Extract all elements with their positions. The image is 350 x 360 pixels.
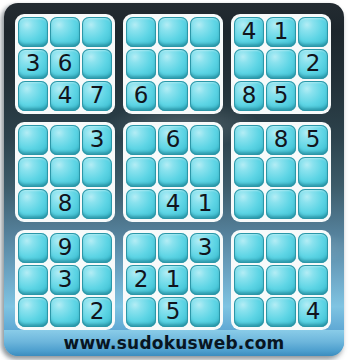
cell-r9c5[interactable]: 5 bbox=[158, 297, 188, 327]
cell-r7c6[interactable]: 3 bbox=[190, 233, 220, 263]
cell-r5c2[interactable] bbox=[50, 157, 80, 187]
cell-r1c5[interactable] bbox=[158, 17, 188, 47]
cell-r2c5[interactable] bbox=[158, 49, 188, 79]
cell-r3c4[interactable]: 6 bbox=[126, 81, 156, 111]
cell-r8c1[interactable] bbox=[18, 265, 48, 295]
cell-r9c6[interactable] bbox=[190, 297, 220, 327]
cell-r6c6[interactable]: 1 bbox=[190, 189, 220, 219]
given-digit: 2 bbox=[306, 52, 321, 75]
cell-r3c3[interactable]: 7 bbox=[82, 81, 112, 111]
given-digit: 4 bbox=[242, 20, 257, 43]
cell-r4c9[interactable]: 5 bbox=[298, 125, 328, 155]
given-digit: 4 bbox=[306, 300, 321, 323]
given-digit: 2 bbox=[134, 268, 149, 291]
given-digit: 8 bbox=[242, 84, 257, 107]
sudoku-board: 3647 6 41285 38 641 85 932 3215 4 bbox=[15, 14, 331, 330]
cell-r1c1[interactable] bbox=[18, 17, 48, 47]
cell-r3c8[interactable]: 5 bbox=[266, 81, 296, 111]
cell-r7c4[interactable] bbox=[126, 233, 156, 263]
box-4: 38 bbox=[15, 122, 115, 222]
given-digit: 6 bbox=[134, 84, 149, 107]
given-digit: 4 bbox=[166, 192, 181, 215]
cell-r4c3[interactable]: 3 bbox=[82, 125, 112, 155]
cell-r1c7[interactable]: 4 bbox=[234, 17, 264, 47]
given-digit: 6 bbox=[166, 128, 181, 151]
cell-r7c3[interactable] bbox=[82, 233, 112, 263]
box-1: 3647 bbox=[15, 14, 115, 114]
cell-r7c2[interactable]: 9 bbox=[50, 233, 80, 263]
cell-r5c4[interactable] bbox=[126, 157, 156, 187]
cell-r5c7[interactable] bbox=[234, 157, 264, 187]
cell-r9c7[interactable] bbox=[234, 297, 264, 327]
cell-r6c7[interactable] bbox=[234, 189, 264, 219]
box-6: 85 bbox=[231, 122, 331, 222]
cell-r4c2[interactable] bbox=[50, 125, 80, 155]
cell-r9c8[interactable] bbox=[266, 297, 296, 327]
cell-r8c8[interactable] bbox=[266, 265, 296, 295]
cell-r3c6[interactable] bbox=[190, 81, 220, 111]
cell-r7c1[interactable] bbox=[18, 233, 48, 263]
cell-r1c6[interactable] bbox=[190, 17, 220, 47]
cell-r9c4[interactable] bbox=[126, 297, 156, 327]
box-8: 3215 bbox=[123, 230, 223, 330]
box-7: 932 bbox=[15, 230, 115, 330]
sudoku-widget: 3647 6 41285 38 641 85 932 3215 4 www.su… bbox=[4, 3, 344, 356]
given-digit: 1 bbox=[198, 192, 213, 215]
cell-r9c3[interactable]: 2 bbox=[82, 297, 112, 327]
cell-r9c1[interactable] bbox=[18, 297, 48, 327]
given-digit: 2 bbox=[90, 300, 105, 323]
cell-r2c7[interactable] bbox=[234, 49, 264, 79]
given-digit: 1 bbox=[274, 20, 289, 43]
given-digit: 3 bbox=[198, 236, 213, 259]
cell-r3c5[interactable] bbox=[158, 81, 188, 111]
cell-r4c4[interactable] bbox=[126, 125, 156, 155]
cell-r4c5[interactable]: 6 bbox=[158, 125, 188, 155]
given-digit: 6 bbox=[58, 52, 73, 75]
cell-r6c5[interactable]: 4 bbox=[158, 189, 188, 219]
given-digit: 5 bbox=[306, 128, 321, 151]
cell-r9c2[interactable] bbox=[50, 297, 80, 327]
cell-r8c2[interactable]: 3 bbox=[50, 265, 80, 295]
cell-r7c7[interactable] bbox=[234, 233, 264, 263]
given-digit: 3 bbox=[58, 268, 73, 291]
given-digit: 3 bbox=[90, 128, 105, 151]
cell-r8c4[interactable]: 2 bbox=[126, 265, 156, 295]
cell-r2c2[interactable]: 6 bbox=[50, 49, 80, 79]
cell-r5c5[interactable] bbox=[158, 157, 188, 187]
cell-r5c9[interactable] bbox=[298, 157, 328, 187]
cell-r6c1[interactable] bbox=[18, 189, 48, 219]
cell-r9c9[interactable]: 4 bbox=[298, 297, 328, 327]
cell-r8c9[interactable] bbox=[298, 265, 328, 295]
given-digit: 3 bbox=[26, 52, 41, 75]
cell-r2c3[interactable] bbox=[82, 49, 112, 79]
cell-r5c8[interactable] bbox=[266, 157, 296, 187]
cell-r8c6[interactable] bbox=[190, 265, 220, 295]
cell-r4c7[interactable] bbox=[234, 125, 264, 155]
box-2: 6 bbox=[123, 14, 223, 114]
given-digit: 1 bbox=[166, 268, 181, 291]
cell-r1c8[interactable]: 1 bbox=[266, 17, 296, 47]
cell-r2c1[interactable]: 3 bbox=[18, 49, 48, 79]
given-digit: 8 bbox=[58, 192, 73, 215]
cell-r4c6[interactable] bbox=[190, 125, 220, 155]
cell-r5c6[interactable] bbox=[190, 157, 220, 187]
box-9: 4 bbox=[231, 230, 331, 330]
cell-r6c4[interactable] bbox=[126, 189, 156, 219]
cell-r7c5[interactable] bbox=[158, 233, 188, 263]
cell-r7c8[interactable] bbox=[266, 233, 296, 263]
box-3: 41285 bbox=[231, 14, 331, 114]
cell-r5c3[interactable] bbox=[82, 157, 112, 187]
given-digit: 5 bbox=[274, 84, 289, 107]
cell-r4c8[interactable]: 8 bbox=[266, 125, 296, 155]
cell-r1c2[interactable] bbox=[50, 17, 80, 47]
given-digit: 4 bbox=[58, 84, 73, 107]
cell-r2c9[interactable]: 2 bbox=[298, 49, 328, 79]
cell-r3c2[interactable]: 4 bbox=[50, 81, 80, 111]
cell-r2c8[interactable] bbox=[266, 49, 296, 79]
cell-r3c9[interactable] bbox=[298, 81, 328, 111]
cell-r6c3[interactable] bbox=[82, 189, 112, 219]
cell-r8c7[interactable] bbox=[234, 265, 264, 295]
cell-r1c9[interactable] bbox=[298, 17, 328, 47]
footer-band: www.sudokusweb.com bbox=[4, 330, 344, 356]
given-digit: 9 bbox=[58, 236, 73, 259]
cell-r3c1[interactable] bbox=[18, 81, 48, 111]
cell-r1c4[interactable] bbox=[126, 17, 156, 47]
given-digit: 8 bbox=[274, 128, 289, 151]
cell-r2c4[interactable] bbox=[126, 49, 156, 79]
given-digit: 7 bbox=[90, 84, 105, 107]
cell-r3c7[interactable]: 8 bbox=[234, 81, 264, 111]
cell-r6c9[interactable] bbox=[298, 189, 328, 219]
cell-r1c3[interactable] bbox=[82, 17, 112, 47]
cell-r6c2[interactable]: 8 bbox=[50, 189, 80, 219]
cell-r6c8[interactable] bbox=[266, 189, 296, 219]
cell-r5c1[interactable] bbox=[18, 157, 48, 187]
cell-r7c9[interactable] bbox=[298, 233, 328, 263]
site-link[interactable]: www.sudokusweb.com bbox=[63, 333, 284, 353]
cell-r8c5[interactable]: 1 bbox=[158, 265, 188, 295]
cell-r2c6[interactable] bbox=[190, 49, 220, 79]
cell-r8c3[interactable] bbox=[82, 265, 112, 295]
box-5: 641 bbox=[123, 122, 223, 222]
cell-r4c1[interactable] bbox=[18, 125, 48, 155]
given-digit: 5 bbox=[166, 300, 181, 323]
